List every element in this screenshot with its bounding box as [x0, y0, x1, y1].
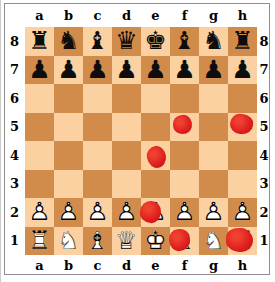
square-g1[interactable]: ♞♘	[199, 227, 228, 256]
square-g6[interactable]	[199, 84, 228, 113]
red-mark-f1	[168, 228, 191, 252]
square-h8[interactable]: ♜	[228, 27, 257, 56]
piece-white-pawn-fill: ♟	[228, 198, 257, 227]
square-e6[interactable]	[141, 84, 170, 113]
square-d7[interactable]: ♟	[112, 56, 141, 85]
square-d4[interactable]	[112, 141, 141, 170]
square-e1[interactable]: ♚♔	[141, 227, 170, 256]
square-d1[interactable]: ♛♕	[112, 227, 141, 256]
square-g3[interactable]	[199, 170, 228, 199]
square-c8[interactable]: ♝	[83, 27, 112, 56]
piece-white-rook: ♖	[228, 227, 257, 256]
square-a6[interactable]	[25, 84, 54, 113]
piece-black-pawn: ♟	[83, 56, 112, 85]
square-g5[interactable]	[199, 113, 228, 142]
rank-label-left-3: 3	[4, 170, 25, 199]
piece-black-pawn: ♟	[199, 56, 228, 85]
square-d6[interactable]	[112, 84, 141, 113]
chess-diagram: abcdefgh abcdefgh 87654321 87654321 ♜♞♝♛…	[0, 0, 275, 282]
square-a4[interactable]	[25, 141, 54, 170]
square-f7[interactable]: ♟	[170, 56, 199, 85]
square-b2[interactable]: ♟♙	[54, 198, 83, 227]
file-label-bottom-e: e	[141, 255, 170, 275]
piece-white-pawn: ♙	[83, 198, 112, 227]
square-g8[interactable]: ♞	[199, 27, 228, 56]
piece-white-rook-fill: ♜	[228, 227, 257, 256]
rank-label-left-2: 2	[4, 198, 25, 227]
square-h2[interactable]: ♟♙	[228, 198, 257, 227]
square-c1[interactable]: ♝♗	[83, 227, 112, 256]
square-b5[interactable]	[54, 113, 83, 142]
file-label-bottom-b: b	[54, 255, 83, 275]
piece-black-king: ♚	[141, 27, 170, 56]
rank-label-right-8: 8	[257, 27, 271, 56]
piece-white-rook: ♖	[25, 227, 54, 256]
piece-white-pawn-fill: ♟	[112, 198, 141, 227]
red-mark-e2	[139, 200, 162, 224]
piece-white-pawn-fill: ♟	[199, 198, 228, 227]
red-mark-h5	[229, 113, 254, 135]
piece-black-knight: ♞	[199, 27, 228, 56]
file-label-top-f: f	[170, 4, 199, 27]
rank-label-right-6: 6	[257, 84, 271, 113]
square-e5[interactable]	[141, 113, 170, 142]
piece-black-pawn: ♟	[228, 56, 257, 85]
piece-white-king-fill: ♚	[141, 227, 170, 256]
rank-label-right-2: 2	[257, 198, 271, 227]
rank-label-left-8: 8	[4, 27, 25, 56]
piece-white-knight: ♘	[54, 227, 83, 256]
file-label-top-a: a	[25, 4, 54, 27]
square-b7[interactable]: ♟	[54, 56, 83, 85]
file-label-top-h: h	[228, 4, 257, 27]
piece-white-bishop: ♗	[83, 227, 112, 256]
piece-black-pawn: ♟	[54, 56, 83, 85]
rank-label-left-6: 6	[4, 84, 25, 113]
square-h1[interactable]: ♜♖	[228, 227, 257, 256]
square-b4[interactable]	[54, 141, 83, 170]
square-b8[interactable]: ♞	[54, 27, 83, 56]
square-c7[interactable]: ♟	[83, 56, 112, 85]
piece-white-king: ♔	[141, 227, 170, 256]
rank-label-right-3: 3	[257, 170, 271, 199]
square-a1[interactable]: ♜♖	[25, 227, 54, 256]
square-e4[interactable]	[141, 141, 170, 170]
square-e3[interactable]	[141, 170, 170, 199]
file-label-top-g: g	[199, 4, 228, 27]
red-mark-f5	[172, 113, 193, 134]
piece-white-bishop-fill: ♝	[83, 227, 112, 256]
square-c5[interactable]	[83, 113, 112, 142]
red-mark-e4	[145, 144, 168, 169]
square-e2[interactable]: ♟♙	[141, 198, 170, 227]
file-label-top-e: e	[141, 4, 170, 27]
piece-black-bishop: ♝	[170, 27, 199, 56]
square-g4[interactable]	[199, 141, 228, 170]
square-c3[interactable]	[83, 170, 112, 199]
piece-white-pawn-fill: ♟	[83, 198, 112, 227]
piece-black-pawn: ♟	[25, 56, 54, 85]
file-label-bottom-a: a	[25, 255, 54, 275]
piece-white-pawn: ♙	[170, 198, 199, 227]
piece-black-queen: ♛	[112, 27, 141, 56]
square-c4[interactable]	[83, 141, 112, 170]
rank-label-left-1: 1	[4, 227, 25, 256]
square-d8[interactable]: ♛	[112, 27, 141, 56]
square-f4[interactable]	[170, 141, 199, 170]
square-d5[interactable]	[112, 113, 141, 142]
square-a3[interactable]	[25, 170, 54, 199]
square-a8[interactable]: ♜	[25, 27, 54, 56]
rank-label-left-7: 7	[4, 56, 25, 85]
square-b3[interactable]	[54, 170, 83, 199]
square-f3[interactable]	[170, 170, 199, 199]
piece-white-knight-fill: ♞	[54, 227, 83, 256]
piece-white-pawn: ♙	[25, 198, 54, 227]
file-label-bottom-h: h	[228, 255, 257, 275]
square-f1[interactable]: ♝♗	[170, 227, 199, 256]
chessboard: ♜♞♝♛♚♝♞♜♟♟♟♟♟♟♟♟♟♙♟♙♟♙♟♙♟♙♟♙♟♙♟♙♜♖♞♘♝♗♛♕…	[25, 27, 257, 255]
piece-white-pawn-fill: ♟	[54, 198, 83, 227]
file-label-bottom-f: f	[170, 255, 199, 275]
red-mark-h1	[225, 227, 253, 252]
square-h7[interactable]: ♟	[228, 56, 257, 85]
file-label-bottom-g: g	[199, 255, 228, 275]
square-h5[interactable]	[228, 113, 257, 142]
piece-black-pawn: ♟	[141, 56, 170, 85]
file-label-top-c: c	[83, 4, 112, 27]
piece-white-queen-fill: ♛	[112, 227, 141, 256]
square-a7[interactable]: ♟	[25, 56, 54, 85]
square-f2[interactable]: ♟♙	[170, 198, 199, 227]
right-rank-labels: 87654321	[257, 27, 271, 255]
square-a5[interactable]	[25, 113, 54, 142]
piece-black-rook: ♜	[25, 27, 54, 56]
square-a2[interactable]: ♟♙	[25, 198, 54, 227]
square-c6[interactable]	[83, 84, 112, 113]
piece-white-rook-fill: ♜	[25, 227, 54, 256]
piece-white-knight-fill: ♞	[199, 227, 228, 256]
rank-label-left-5: 5	[4, 113, 25, 142]
square-c2[interactable]: ♟♙	[83, 198, 112, 227]
piece-white-bishop-fill: ♝	[170, 227, 199, 256]
square-b6[interactable]	[54, 84, 83, 113]
piece-black-pawn: ♟	[112, 56, 141, 85]
piece-white-queen: ♕	[112, 227, 141, 256]
square-d3[interactable]	[112, 170, 141, 199]
rank-label-right-7: 7	[257, 56, 271, 85]
square-g7[interactable]: ♟	[199, 56, 228, 85]
piece-white-pawn-fill: ♟	[141, 198, 170, 227]
file-label-top-d: d	[112, 4, 141, 27]
top-file-labels: abcdefgh	[25, 4, 257, 27]
piece-white-pawn: ♙	[199, 198, 228, 227]
file-label-bottom-c: c	[83, 255, 112, 275]
piece-white-pawn-fill: ♟	[170, 198, 199, 227]
square-f6[interactable]	[170, 84, 199, 113]
piece-white-pawn: ♙	[141, 198, 170, 227]
piece-white-pawn: ♙	[112, 198, 141, 227]
square-d2[interactable]: ♟♙	[112, 198, 141, 227]
square-f8[interactable]: ♝	[170, 27, 199, 56]
rank-label-right-1: 1	[257, 227, 271, 256]
rank-label-right-4: 4	[257, 141, 271, 170]
bottom-file-labels: abcdefgh	[25, 255, 257, 275]
file-label-top-b: b	[54, 4, 83, 27]
square-f5[interactable]	[170, 113, 199, 142]
square-h3[interactable]	[228, 170, 257, 199]
square-g2[interactable]: ♟♙	[199, 198, 228, 227]
piece-black-rook: ♜	[228, 27, 257, 56]
square-b1[interactable]: ♞♘	[54, 227, 83, 256]
piece-white-pawn-fill: ♟	[25, 198, 54, 227]
piece-white-pawn: ♙	[54, 198, 83, 227]
file-label-bottom-d: d	[112, 255, 141, 275]
piece-white-bishop: ♗	[170, 227, 199, 256]
square-h4[interactable]	[228, 141, 257, 170]
piece-black-knight: ♞	[54, 27, 83, 56]
square-e7[interactable]: ♟	[141, 56, 170, 85]
piece-white-pawn: ♙	[228, 198, 257, 227]
piece-black-pawn: ♟	[170, 56, 199, 85]
left-edge-line	[0, 0, 1, 282]
rank-label-right-5: 5	[257, 113, 271, 142]
rank-label-left-4: 4	[4, 141, 25, 170]
piece-black-bishop: ♝	[83, 27, 112, 56]
left-rank-labels: 87654321	[4, 27, 25, 255]
square-e8[interactable]: ♚	[141, 27, 170, 56]
square-h6[interactable]	[228, 84, 257, 113]
piece-white-knight: ♘	[199, 227, 228, 256]
